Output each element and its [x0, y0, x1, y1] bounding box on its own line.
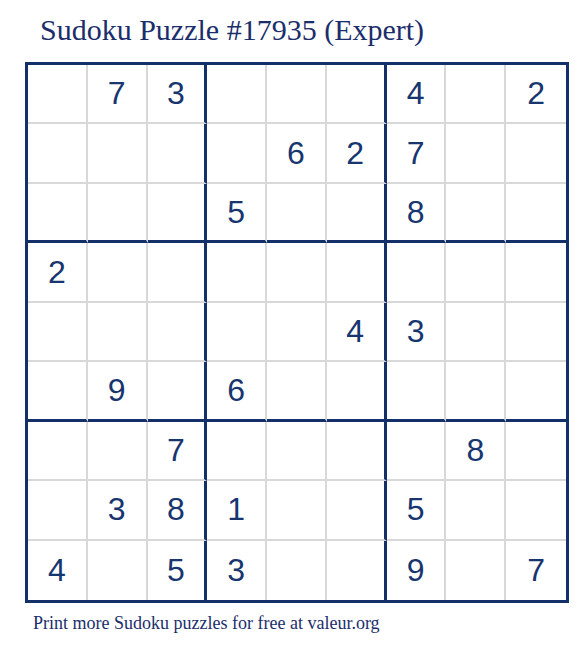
cell-r7c8[interactable]: 8	[446, 422, 506, 481]
cell-r2c7[interactable]: 7	[387, 124, 447, 183]
cell-r6c9[interactable]	[506, 362, 566, 421]
cell-r1c5[interactable]	[267, 65, 327, 124]
cell-r7c1[interactable]	[28, 422, 88, 481]
cell-r2c4[interactable]	[207, 124, 267, 183]
cell-r4c7[interactable]	[387, 243, 447, 302]
cell-r4c3[interactable]	[148, 243, 208, 302]
cell-r7c2[interactable]	[88, 422, 148, 481]
cell-r2c1[interactable]	[28, 124, 88, 183]
cell-r7c3[interactable]: 7	[148, 422, 208, 481]
cell-r2c2[interactable]	[88, 124, 148, 183]
cell-r5c9[interactable]	[506, 303, 566, 362]
cell-r4c5[interactable]	[267, 243, 327, 302]
cell-r8c8[interactable]	[446, 481, 506, 540]
cell-r3c1[interactable]	[28, 184, 88, 243]
cell-r3c7[interactable]: 8	[387, 184, 447, 243]
cell-r2c8[interactable]	[446, 124, 506, 183]
cell-r3c9[interactable]	[506, 184, 566, 243]
cell-r8c5[interactable]	[267, 481, 327, 540]
cell-r4c2[interactable]	[88, 243, 148, 302]
cell-r9c6[interactable]	[327, 541, 387, 600]
cell-r1c9[interactable]: 2	[506, 65, 566, 124]
cell-r1c3[interactable]: 3	[148, 65, 208, 124]
cell-r4c4[interactable]	[207, 243, 267, 302]
cell-r3c5[interactable]	[267, 184, 327, 243]
cell-r8c6[interactable]	[327, 481, 387, 540]
cell-r7c7[interactable]	[387, 422, 447, 481]
cell-r5c6[interactable]: 4	[327, 303, 387, 362]
cell-r3c3[interactable]	[148, 184, 208, 243]
page-title: Sudoku Puzzle #17935 (Expert)	[40, 13, 424, 46]
footer-text: Print more Sudoku puzzles for free at va…	[33, 613, 380, 634]
cell-r8c7[interactable]: 5	[387, 481, 447, 540]
cell-r1c6[interactable]	[327, 65, 387, 124]
cell-r7c5[interactable]	[267, 422, 327, 481]
cell-r5c2[interactable]	[88, 303, 148, 362]
cell-r6c2[interactable]: 9	[88, 362, 148, 421]
cell-r8c9[interactable]	[506, 481, 566, 540]
cell-r9c1[interactable]: 4	[28, 541, 88, 600]
cell-r1c7[interactable]: 4	[387, 65, 447, 124]
cell-r5c5[interactable]	[267, 303, 327, 362]
cell-r1c1[interactable]	[28, 65, 88, 124]
cell-r9c7[interactable]: 9	[387, 541, 447, 600]
cell-r9c8[interactable]	[446, 541, 506, 600]
cell-r2c5[interactable]: 6	[267, 124, 327, 183]
cell-r8c4[interactable]: 1	[207, 481, 267, 540]
cell-r5c3[interactable]	[148, 303, 208, 362]
cell-r1c2[interactable]: 7	[88, 65, 148, 124]
cell-r4c8[interactable]	[446, 243, 506, 302]
cell-r5c4[interactable]	[207, 303, 267, 362]
cell-r9c3[interactable]: 5	[148, 541, 208, 600]
cell-r9c5[interactable]	[267, 541, 327, 600]
cell-r9c4[interactable]: 3	[207, 541, 267, 600]
cell-r2c9[interactable]	[506, 124, 566, 183]
cell-r2c3[interactable]	[148, 124, 208, 183]
cell-r4c9[interactable]	[506, 243, 566, 302]
cell-r4c1[interactable]: 2	[28, 243, 88, 302]
cell-r6c3[interactable]	[148, 362, 208, 421]
cell-r7c4[interactable]	[207, 422, 267, 481]
cell-r7c9[interactable]	[506, 422, 566, 481]
sudoku-board: 7342627582439678381545397	[25, 62, 569, 603]
cell-r5c7[interactable]: 3	[387, 303, 447, 362]
cell-r6c7[interactable]	[387, 362, 447, 421]
cell-r9c2[interactable]	[88, 541, 148, 600]
cell-r8c3[interactable]: 8	[148, 481, 208, 540]
cell-r1c8[interactable]	[446, 65, 506, 124]
cell-r3c8[interactable]	[446, 184, 506, 243]
cell-r1c4[interactable]	[207, 65, 267, 124]
cell-r6c1[interactable]	[28, 362, 88, 421]
cell-r5c8[interactable]	[446, 303, 506, 362]
cell-r6c8[interactable]	[446, 362, 506, 421]
cell-r6c6[interactable]	[327, 362, 387, 421]
cell-r7c6[interactable]	[327, 422, 387, 481]
cell-r5c1[interactable]	[28, 303, 88, 362]
cell-r8c1[interactable]	[28, 481, 88, 540]
sudoku-page: Sudoku Puzzle #17935 (Expert) 7342627582…	[0, 0, 580, 651]
cell-r3c2[interactable]	[88, 184, 148, 243]
cell-r8c2[interactable]: 3	[88, 481, 148, 540]
cell-r9c9[interactable]: 7	[506, 541, 566, 600]
cell-r2c6[interactable]: 2	[327, 124, 387, 183]
cell-r6c5[interactable]	[267, 362, 327, 421]
cell-r3c4[interactable]: 5	[207, 184, 267, 243]
cell-r6c4[interactable]: 6	[207, 362, 267, 421]
cell-r3c6[interactable]	[327, 184, 387, 243]
cell-r4c6[interactable]	[327, 243, 387, 302]
